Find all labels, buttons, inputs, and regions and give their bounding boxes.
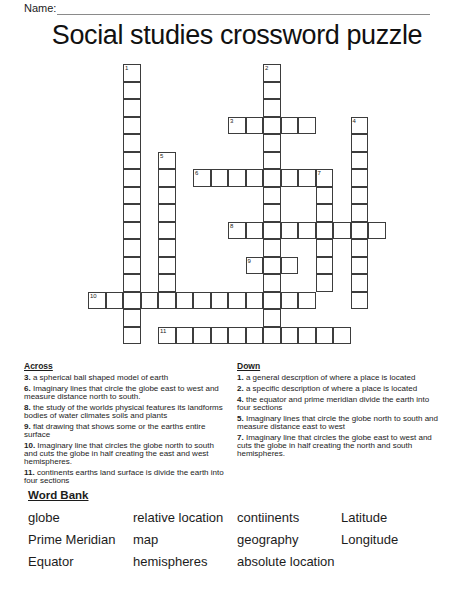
grid-cell[interactable] <box>141 292 159 310</box>
grid-cell[interactable] <box>123 169 141 187</box>
grid-cell[interactable] <box>263 274 281 292</box>
clue-number-label: 8 <box>230 223 233 229</box>
grid-cell[interactable]: 1 <box>123 64 141 82</box>
grid-cell[interactable]: 6 <box>193 169 211 187</box>
word-bank-item: relative location <box>133 507 223 529</box>
clue-number-label: 2 <box>265 65 268 71</box>
down-section: Down 1. a general descrption of where a … <box>237 362 442 461</box>
word-bank-item: Equator <box>28 551 115 573</box>
down-clue-7: 7. Imaginary line that circles the globe… <box>237 434 442 458</box>
grid-cell[interactable]: 11 <box>158 327 176 345</box>
grid-cell[interactable] <box>263 152 281 170</box>
across-header: Across <box>24 362 226 370</box>
grid-cell[interactable] <box>316 204 334 222</box>
worksheet-page: Name: Social studies crossword puzzle 12… <box>0 0 474 613</box>
grid-cell[interactable] <box>263 187 281 205</box>
grid-cell[interactable] <box>158 257 176 275</box>
across-clue-10: 10. Imaginary line that circles the glob… <box>24 442 226 466</box>
grid-cell[interactable] <box>263 292 281 310</box>
grid-cell[interactable] <box>263 134 281 152</box>
grid-cell[interactable] <box>123 134 141 152</box>
grid-cell[interactable] <box>281 169 299 187</box>
clue-number-label: 9 <box>248 258 251 264</box>
grid-cell[interactable]: 4 <box>351 117 369 135</box>
grid-cell[interactable] <box>333 222 351 240</box>
grid-cell[interactable] <box>123 204 141 222</box>
grid-cell[interactable] <box>351 204 369 222</box>
down-header: Down <box>237 362 442 370</box>
grid-cell[interactable] <box>351 274 369 292</box>
across-clue-9: 9. flat drawing that shows some or the e… <box>24 423 226 439</box>
grid-cell[interactable] <box>158 204 176 222</box>
name-label: Name: <box>24 2 56 14</box>
grid-cell[interactable] <box>298 169 316 187</box>
grid-cell[interactable] <box>351 134 369 152</box>
grid-cell[interactable] <box>123 222 141 240</box>
clue-number-label: 4 <box>353 118 356 124</box>
grid-cell[interactable] <box>316 257 334 275</box>
grid-cell[interactable] <box>263 327 281 345</box>
grid-cell[interactable] <box>351 152 369 170</box>
grid-cell[interactable] <box>106 292 124 310</box>
crossword-grid: 1234567891011 <box>88 64 387 345</box>
grid-cell[interactable]: 10 <box>88 292 106 310</box>
word-bank-item: Prime Meridian <box>28 529 115 551</box>
word-bank-column: contiinentsgeographyabsolute location <box>237 507 335 573</box>
grid-cell[interactable] <box>158 274 176 292</box>
grid-cell[interactable] <box>228 292 246 310</box>
across-clue-8: 8. the study of the worlds physical feat… <box>24 404 226 420</box>
word-bank-item: map <box>133 529 223 551</box>
grid-cell[interactable] <box>263 239 281 257</box>
across-clue-list: 3. a spherical ball shaped model of eart… <box>24 374 226 485</box>
grid-cell[interactable] <box>368 222 386 240</box>
grid-cell[interactable] <box>123 117 141 135</box>
clue-number-label: 1 <box>125 65 128 71</box>
grid-cell[interactable] <box>333 327 351 345</box>
grid-cell[interactable] <box>123 309 141 327</box>
word-bank-item: absolute location <box>237 551 335 573</box>
grid-cell[interactable] <box>263 82 281 100</box>
grid-cell[interactable] <box>351 239 369 257</box>
clue-number-label: 6 <box>195 170 198 176</box>
grid-cell[interactable] <box>351 169 369 187</box>
grid-cell[interactable] <box>193 292 211 310</box>
across-section: Across 3. a spherical ball shaped model … <box>24 362 226 488</box>
word-bank-columns: globePrime MeridianEquatorrelative locat… <box>28 507 448 577</box>
page-title: Social studies crossword puzzle <box>0 20 474 51</box>
grid-cell[interactable] <box>298 292 316 310</box>
grid-cell[interactable] <box>263 257 281 275</box>
grid-cell[interactable] <box>281 222 299 240</box>
grid-cell[interactable] <box>123 99 141 117</box>
grid-cell[interactable] <box>158 187 176 205</box>
grid-cell[interactable] <box>281 117 299 135</box>
grid-cell[interactable] <box>123 292 141 310</box>
grid-cell[interactable] <box>263 117 281 135</box>
grid-cell[interactable] <box>316 187 334 205</box>
word-bank-item: geography <box>237 529 335 551</box>
clue-number-label: 7 <box>318 170 321 176</box>
word-bank-column: relative locationmaphemispheres <box>133 507 223 573</box>
grid-cell[interactable] <box>351 257 369 275</box>
clue-number-label: 5 <box>160 153 163 159</box>
grid-cell[interactable] <box>263 169 281 187</box>
down-clue-5: 5. Imaginary lines that circle the globe… <box>237 415 442 431</box>
grid-cell[interactable] <box>246 327 264 345</box>
grid-cell[interactable] <box>298 117 316 135</box>
grid-cell[interactable] <box>351 222 369 240</box>
grid-cell[interactable] <box>351 187 369 205</box>
grid-cell[interactable] <box>263 204 281 222</box>
grid-cell[interactable] <box>228 169 246 187</box>
grid-cell[interactable] <box>246 222 264 240</box>
grid-cell[interactable] <box>123 239 141 257</box>
grid-cell[interactable] <box>246 117 264 135</box>
word-bank-item: globe <box>28 507 115 529</box>
grid-cell[interactable] <box>351 292 369 310</box>
grid-cell[interactable] <box>228 327 246 345</box>
word-bank-section: Word Bank globePrime MeridianEquatorrela… <box>28 489 448 577</box>
grid-cell[interactable] <box>176 327 194 345</box>
clue-number-label: 3 <box>230 118 233 124</box>
grid-cell[interactable] <box>123 257 141 275</box>
grid-cell[interactable] <box>158 169 176 187</box>
grid-cell[interactable] <box>316 274 334 292</box>
grid-cell[interactable] <box>193 327 211 345</box>
down-clue-list: 1. a general descrption of where a place… <box>237 374 442 458</box>
grid-cell[interactable] <box>211 169 229 187</box>
grid-cell[interactable]: 9 <box>246 257 264 275</box>
grid-cell[interactable]: 2 <box>263 64 281 82</box>
grid-cell[interactable] <box>263 309 281 327</box>
grid-cell[interactable] <box>281 327 299 345</box>
word-bank-column: globePrime MeridianEquator <box>28 507 115 573</box>
word-bank-column: LatitudeLongitude <box>341 507 398 551</box>
grid-cell[interactable] <box>281 292 299 310</box>
grid-cell[interactable]: 8 <box>228 222 246 240</box>
across-clue-11: 11. continents earths land surface is di… <box>24 469 226 485</box>
clue-number-label: 11 <box>160 328 166 334</box>
word-bank-item: hemispheres <box>133 551 223 573</box>
name-input-line[interactable] <box>57 1 430 15</box>
word-bank-header: Word Bank <box>28 489 448 501</box>
grid-cell[interactable] <box>298 222 316 240</box>
word-bank-item: Latitude <box>341 507 398 529</box>
down-clue-1: 1. a general descrption of where a place… <box>237 374 442 382</box>
grid-cell[interactable] <box>123 327 141 345</box>
grid-cell[interactable] <box>158 222 176 240</box>
grid-cell[interactable]: 3 <box>228 117 246 135</box>
grid-cell[interactable] <box>123 274 141 292</box>
grid-cell[interactable] <box>246 292 264 310</box>
across-clue-6: 6. Imaginary lines that circle the globe… <box>24 385 226 401</box>
clue-number-label: 10 <box>90 293 97 299</box>
grid-cell[interactable] <box>263 99 281 117</box>
grid-cell[interactable] <box>281 257 299 275</box>
grid-cell[interactable] <box>158 239 176 257</box>
across-clue-3: 3. a spherical ball shaped model of eart… <box>24 374 226 382</box>
grid-cell[interactable] <box>263 222 281 240</box>
grid-cell[interactable] <box>158 292 176 310</box>
down-clue-4: 4. the equator and prime meridian divide… <box>237 396 442 412</box>
grid-cell[interactable] <box>211 327 229 345</box>
grid-cell[interactable] <box>211 292 229 310</box>
grid-cell[interactable]: 5 <box>158 152 176 170</box>
grid-cell[interactable]: 7 <box>316 169 334 187</box>
word-bank-item: Longitude <box>341 529 398 551</box>
word-bank-item: contiinents <box>237 507 335 529</box>
grid-cell[interactable] <box>123 152 141 170</box>
grid-cell[interactable] <box>316 222 334 240</box>
grid-cell[interactable] <box>316 239 334 257</box>
grid-cell[interactable] <box>246 169 264 187</box>
grid-cell[interactable] <box>123 187 141 205</box>
grid-cell[interactable] <box>316 327 334 345</box>
grid-cell[interactable] <box>176 292 194 310</box>
grid-cell[interactable] <box>123 82 141 100</box>
grid-cell[interactable] <box>298 327 316 345</box>
down-clue-2: 2. a specific description of where a pla… <box>237 385 442 393</box>
